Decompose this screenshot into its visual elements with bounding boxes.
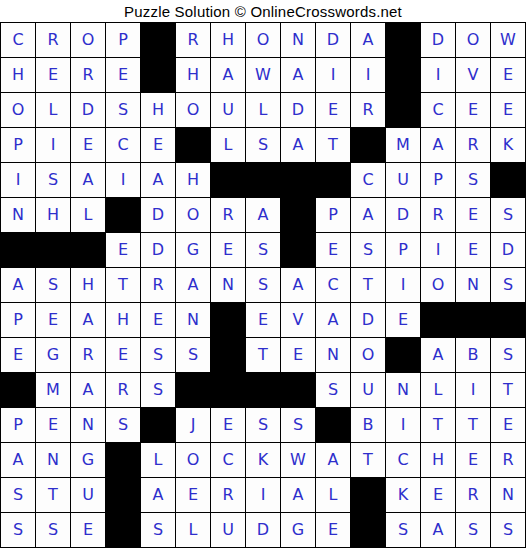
grid-cell: D [351, 303, 386, 338]
grid-cell: H [421, 443, 456, 478]
grid-cell: T [491, 373, 526, 408]
grid-cell: S [141, 513, 176, 548]
block-cell [246, 373, 281, 408]
grid-cell: E [316, 233, 351, 268]
grid-cell: T [351, 268, 386, 303]
grid-cell: C [386, 443, 421, 478]
grid-cell: I [421, 58, 456, 93]
grid-cell: S [351, 233, 386, 268]
block-cell [456, 303, 491, 338]
grid-cell: S [36, 268, 71, 303]
grid-cell: C [421, 93, 456, 128]
grid-cell: R [491, 443, 526, 478]
grid-cell: U [386, 163, 421, 198]
grid-cell: R [71, 58, 106, 93]
grid-cell: N [71, 408, 106, 443]
grid-cell: E [36, 303, 71, 338]
grid-cell: T [246, 338, 281, 373]
grid-cell: S [316, 373, 351, 408]
grid-cell: L [316, 478, 351, 513]
grid-cell: L [176, 513, 211, 548]
grid-cell: R [421, 198, 456, 233]
grid-cell: C [351, 163, 386, 198]
grid-cell: I [1, 163, 36, 198]
grid-cell: E [246, 303, 281, 338]
grid-cell: S [456, 163, 491, 198]
grid-cell: A [351, 198, 386, 233]
grid-cell: I [36, 128, 71, 163]
grid-cell: E [456, 443, 491, 478]
grid-cell: A [1, 268, 36, 303]
grid-cell: E [491, 58, 526, 93]
grid-cell: N [281, 23, 316, 58]
block-cell [211, 338, 246, 373]
grid-cell: M [386, 128, 421, 163]
block-cell [351, 478, 386, 513]
grid-cell: A [281, 268, 316, 303]
block-cell [106, 513, 141, 548]
grid-cell: P [1, 128, 36, 163]
grid-cell: L [141, 443, 176, 478]
grid-cell: L [211, 128, 246, 163]
grid-cell: L [246, 93, 281, 128]
block-cell [351, 128, 386, 163]
grid-cell: A [71, 373, 106, 408]
grid-cell: N [1, 198, 36, 233]
grid-cell: S [386, 513, 421, 548]
grid-cell: A [281, 478, 316, 513]
grid-cell: S [141, 338, 176, 373]
grid-cell: E [106, 58, 141, 93]
grid-cell: R [211, 478, 246, 513]
grid-cell: A [71, 163, 106, 198]
grid-cell: S [491, 268, 526, 303]
grid-cell: T [456, 408, 491, 443]
grid-cell: E [141, 128, 176, 163]
grid-cell: A [421, 513, 456, 548]
grid-cell: O [176, 93, 211, 128]
grid-cell: H [36, 198, 71, 233]
grid-cell: D [386, 198, 421, 233]
grid-cell: R [71, 338, 106, 373]
grid-cell: S [1, 478, 36, 513]
grid-cell: H [106, 303, 141, 338]
grid-cell: A [141, 478, 176, 513]
block-cell [281, 163, 316, 198]
grid-cell: H [141, 93, 176, 128]
grid-cell: B [456, 338, 491, 373]
grid-cell: E [176, 478, 211, 513]
block-cell [211, 373, 246, 408]
block-cell [316, 163, 351, 198]
grid-cell: C [106, 128, 141, 163]
block-cell [176, 128, 211, 163]
grid-cell: R [456, 478, 491, 513]
grid-cell: T [106, 268, 141, 303]
grid-cell: N [176, 303, 211, 338]
grid-cell: L [71, 198, 106, 233]
grid-cell: E [1, 338, 36, 373]
grid-cell: R [176, 23, 211, 58]
grid-cell: E [491, 408, 526, 443]
grid-cell: E [421, 478, 456, 513]
grid-cell: N [386, 373, 421, 408]
grid-cell: N [491, 478, 526, 513]
grid-cell: S [106, 93, 141, 128]
grid-cell: K [386, 478, 421, 513]
block-cell [211, 163, 246, 198]
block-cell [1, 373, 36, 408]
grid-cell: A [211, 58, 246, 93]
grid-cell: I [316, 58, 351, 93]
grid-cell: P [1, 303, 36, 338]
grid-cell: A [316, 303, 351, 338]
grid-cell: E [281, 338, 316, 373]
grid-cell: T [316, 128, 351, 163]
grid-cell: R [141, 268, 176, 303]
grid-cell: S [246, 233, 281, 268]
grid-cell: U [211, 513, 246, 548]
grid-cell: V [281, 303, 316, 338]
grid-cell: H [211, 23, 246, 58]
grid-cell: O [176, 198, 211, 233]
grid-cell: E [456, 198, 491, 233]
grid-cell: H [176, 58, 211, 93]
grid-cell: D [141, 198, 176, 233]
grid-cell: U [211, 93, 246, 128]
grid-cell: W [491, 23, 526, 58]
block-cell [386, 23, 421, 58]
grid-cell: I [386, 268, 421, 303]
grid-cell: G [36, 338, 71, 373]
grid-cell: E [71, 513, 106, 548]
grid-cell: P [421, 163, 456, 198]
block-cell [351, 513, 386, 548]
grid-cell: S [246, 268, 281, 303]
grid-cell: B [351, 408, 386, 443]
grid-cell: N [456, 268, 491, 303]
block-cell [421, 303, 456, 338]
grid-cell: S [491, 513, 526, 548]
block-cell [281, 198, 316, 233]
grid-cell: D [281, 93, 316, 128]
grid-cell: J [176, 408, 211, 443]
grid-cell: R [211, 198, 246, 233]
grid-cell: S [106, 408, 141, 443]
block-cell [1, 233, 36, 268]
grid-cell: P [316, 198, 351, 233]
grid-cell: R [106, 373, 141, 408]
grid-cell: E [211, 233, 246, 268]
grid-cell: S [246, 408, 281, 443]
grid-cell: D [316, 23, 351, 58]
block-cell [491, 303, 526, 338]
grid-cell: I [386, 408, 421, 443]
grid-cell: S [176, 338, 211, 373]
block-cell [141, 408, 176, 443]
grid-cell: H [1, 58, 36, 93]
grid-cell: O [71, 23, 106, 58]
grid-cell: G [176, 233, 211, 268]
grid-cell: R [351, 93, 386, 128]
grid-cell: S [281, 408, 316, 443]
grid-cell: U [71, 478, 106, 513]
page-title: Puzzle Solution © OnlineCrosswords.net [0, 0, 526, 22]
block-cell [491, 163, 526, 198]
grid-cell: I [456, 373, 491, 408]
grid-cell: O [176, 443, 211, 478]
grid-cell: I [106, 163, 141, 198]
block-cell [386, 93, 421, 128]
block-cell [36, 233, 71, 268]
grid-cell: N [36, 443, 71, 478]
grid-cell: A [141, 163, 176, 198]
grid-cell: D [141, 233, 176, 268]
grid-cell: D [421, 23, 456, 58]
grid-cell: D [71, 93, 106, 128]
grid-cell: A [281, 128, 316, 163]
grid-cell: I [421, 233, 456, 268]
grid-cell: L [36, 93, 71, 128]
grid-cell: A [421, 128, 456, 163]
grid-cell: N [211, 268, 246, 303]
grid-cell: U [351, 373, 386, 408]
grid-cell: S [456, 513, 491, 548]
crossword-grid: CROPRHONDADOWHEREHAWAIIIVEOLDSHOULDERCEE… [0, 22, 526, 548]
grid-cell: M [36, 373, 71, 408]
grid-cell: A [176, 268, 211, 303]
grid-cell: V [456, 58, 491, 93]
grid-cell: S [141, 373, 176, 408]
grid-cell: C [1, 23, 36, 58]
grid-cell: E [316, 93, 351, 128]
grid-cell: P [386, 233, 421, 268]
grid-cell: E [491, 93, 526, 128]
grid-cell: E [106, 233, 141, 268]
grid-cell: S [36, 163, 71, 198]
grid-cell: H [71, 268, 106, 303]
block-cell [281, 233, 316, 268]
grid-cell: L [421, 373, 456, 408]
grid-cell: A [351, 23, 386, 58]
grid-cell: R [36, 23, 71, 58]
block-cell [281, 373, 316, 408]
grid-cell: E [456, 233, 491, 268]
grid-cell: E [211, 408, 246, 443]
grid-cell: T [36, 478, 71, 513]
grid-cell: E [36, 408, 71, 443]
grid-cell: S [1, 513, 36, 548]
grid-cell: E [106, 338, 141, 373]
grid-cell: S [246, 128, 281, 163]
grid-cell: N [316, 338, 351, 373]
grid-cell: E [141, 303, 176, 338]
grid-cell: P [106, 23, 141, 58]
block-cell [141, 58, 176, 93]
grid-cell: K [491, 128, 526, 163]
grid-cell: S [491, 338, 526, 373]
grid-cell: T [351, 443, 386, 478]
block-cell [106, 478, 141, 513]
grid-cell: A [71, 303, 106, 338]
grid-cell: E [316, 513, 351, 548]
grid-cell: C [211, 443, 246, 478]
grid-cell: R [456, 128, 491, 163]
grid-cell: E [386, 303, 421, 338]
grid-cell: T [421, 408, 456, 443]
grid-cell: S [36, 513, 71, 548]
block-cell [141, 23, 176, 58]
block-cell [316, 408, 351, 443]
grid-cell: O [456, 23, 491, 58]
block-cell [71, 233, 106, 268]
grid-cell: D [246, 513, 281, 548]
grid-cell: A [281, 58, 316, 93]
grid-cell: E [71, 128, 106, 163]
grid-cell: A [316, 443, 351, 478]
grid-cell: G [71, 443, 106, 478]
grid-cell: W [281, 443, 316, 478]
block-cell [211, 303, 246, 338]
grid-cell: E [36, 58, 71, 93]
grid-cell: W [246, 58, 281, 93]
grid-cell: P [1, 408, 36, 443]
block-cell [386, 338, 421, 373]
grid-cell: G [281, 513, 316, 548]
grid-cell: A [421, 338, 456, 373]
grid-cell: O [246, 23, 281, 58]
grid-cell: O [1, 93, 36, 128]
block-cell [386, 58, 421, 93]
block-cell [176, 373, 211, 408]
grid-cell: D [491, 233, 526, 268]
grid-cell: E [456, 93, 491, 128]
grid-cell: I [351, 58, 386, 93]
grid-cell: I [246, 478, 281, 513]
block-cell [106, 443, 141, 478]
grid-cell: O [421, 268, 456, 303]
grid-cell: O [351, 338, 386, 373]
grid-cell: K [246, 443, 281, 478]
grid-cell: H [176, 163, 211, 198]
grid-cell: S [491, 198, 526, 233]
grid-cell: C [316, 268, 351, 303]
block-cell [106, 198, 141, 233]
block-cell [246, 163, 281, 198]
grid-cell: A [246, 198, 281, 233]
grid-cell: A [1, 443, 36, 478]
